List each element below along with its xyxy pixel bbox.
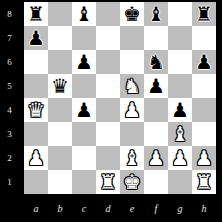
square-c2[interactable]: [72, 146, 96, 170]
square-b2[interactable]: [48, 146, 72, 170]
square-b8[interactable]: [48, 2, 72, 26]
square-c3[interactable]: [72, 122, 96, 146]
square-f2[interactable]: ♟: [144, 146, 168, 170]
black-king: ♚: [123, 2, 141, 26]
file-label-e: e: [120, 194, 144, 214]
square-d2[interactable]: [96, 146, 120, 170]
square-d4[interactable]: [96, 98, 120, 122]
black-bishop: ♝: [147, 2, 165, 26]
square-a5[interactable]: [24, 74, 48, 98]
square-e8[interactable]: ♚: [120, 2, 144, 26]
square-h3[interactable]: [192, 122, 216, 146]
black-pawn: ♟: [171, 98, 189, 122]
square-c4[interactable]: ♟: [72, 98, 96, 122]
square-d5[interactable]: [96, 74, 120, 98]
square-c5[interactable]: [72, 74, 96, 98]
white-bishop: ♝: [123, 146, 141, 170]
rank-label-2: 2: [0, 146, 24, 170]
rank-label-4: 4: [0, 98, 24, 122]
black-pawn: ♟: [27, 26, 45, 50]
square-f7[interactable]: [144, 26, 168, 50]
square-h5[interactable]: [192, 74, 216, 98]
file-label-d: d: [96, 194, 120, 214]
square-b3[interactable]: [48, 122, 72, 146]
square-h6[interactable]: ♟: [192, 50, 216, 74]
square-e5[interactable]: ♞: [120, 74, 144, 98]
file-labels: abcdefgh: [24, 194, 216, 214]
square-a7[interactable]: ♟: [24, 26, 48, 50]
square-e4[interactable]: ♟: [120, 98, 144, 122]
rank-label-7: 7: [0, 26, 24, 50]
square-d8[interactable]: [96, 2, 120, 26]
square-e1[interactable]: ♚: [120, 170, 144, 194]
square-d1[interactable]: ♜: [96, 170, 120, 194]
square-g3[interactable]: ♝: [168, 122, 192, 146]
square-e6[interactable]: [120, 50, 144, 74]
black-pawn: ♟: [147, 74, 165, 98]
chess-diagram: 87654321 ♜♝♚♝♜♟♟♞♟♛♞♟♛♟♟♟♝♟♝♟♟♟♜♚♜ abcde…: [0, 0, 222, 222]
square-d6[interactable]: [96, 50, 120, 74]
square-a8[interactable]: ♜: [24, 2, 48, 26]
white-pawn: ♟: [147, 146, 165, 170]
white-pawn: ♟: [195, 146, 213, 170]
rank-label-3: 3: [0, 122, 24, 146]
file-label-b: b: [48, 194, 72, 214]
square-h1[interactable]: ♜: [192, 170, 216, 194]
square-b7[interactable]: [48, 26, 72, 50]
black-rook: ♜: [27, 2, 45, 26]
square-e7[interactable]: [120, 26, 144, 50]
white-bishop: ♝: [171, 122, 189, 146]
white-rook: ♜: [195, 170, 213, 194]
square-g1[interactable]: [168, 170, 192, 194]
rank-label-1: 1: [0, 170, 24, 194]
square-f3[interactable]: [144, 122, 168, 146]
rank-labels: 87654321: [0, 2, 24, 194]
white-queen: ♛: [27, 98, 45, 122]
square-a6[interactable]: [24, 50, 48, 74]
square-h4[interactable]: [192, 98, 216, 122]
black-pawn: ♟: [195, 50, 213, 74]
square-f1[interactable]: [144, 170, 168, 194]
square-f5[interactable]: ♟: [144, 74, 168, 98]
square-c7[interactable]: [72, 26, 96, 50]
rank-label-6: 6: [0, 50, 24, 74]
file-label-a: a: [24, 194, 48, 214]
square-c6[interactable]: ♟: [72, 50, 96, 74]
file-label-c: c: [72, 194, 96, 214]
white-rook: ♜: [99, 170, 117, 194]
square-a1[interactable]: [24, 170, 48, 194]
black-rook: ♜: [195, 2, 213, 26]
square-b6[interactable]: [48, 50, 72, 74]
white-pawn: ♟: [171, 146, 189, 170]
black-knight: ♞: [147, 50, 165, 74]
chess-board: ♜♝♚♝♜♟♟♞♟♛♞♟♛♟♟♟♝♟♝♟♟♟♜♚♜: [24, 2, 217, 194]
square-g2[interactable]: ♟: [168, 146, 192, 170]
square-g4[interactable]: ♟: [168, 98, 192, 122]
square-c8[interactable]: ♝: [72, 2, 96, 26]
square-e3[interactable]: [120, 122, 144, 146]
square-b5[interactable]: ♛: [48, 74, 72, 98]
square-a4[interactable]: ♛: [24, 98, 48, 122]
file-label-f: f: [144, 194, 168, 214]
file-label-h: h: [192, 194, 216, 214]
square-c1[interactable]: [72, 170, 96, 194]
black-queen: ♛: [51, 74, 69, 98]
rank-label-8: 8: [0, 2, 24, 26]
square-g7[interactable]: [168, 26, 192, 50]
square-h2[interactable]: ♟: [192, 146, 216, 170]
square-h8[interactable]: ♜: [192, 2, 216, 26]
square-f4[interactable]: [144, 98, 168, 122]
square-f6[interactable]: ♞: [144, 50, 168, 74]
square-d7[interactable]: [96, 26, 120, 50]
square-g8[interactable]: [168, 2, 192, 26]
white-pawn: ♟: [123, 98, 141, 122]
black-pawn: ♟: [75, 50, 93, 74]
square-g6[interactable]: [168, 50, 192, 74]
rank-label-5: 5: [0, 74, 24, 98]
square-e2[interactable]: ♝: [120, 146, 144, 170]
black-bishop: ♝: [75, 2, 93, 26]
square-a2[interactable]: ♟: [24, 146, 48, 170]
white-king: ♚: [123, 170, 141, 194]
square-g5[interactable]: [168, 74, 192, 98]
square-a3[interactable]: [24, 122, 48, 146]
square-h7[interactable]: [192, 26, 216, 50]
white-knight: ♞: [123, 74, 141, 98]
square-b1[interactable]: [48, 170, 72, 194]
black-pawn: ♟: [75, 98, 93, 122]
square-b4[interactable]: [48, 98, 72, 122]
white-pawn: ♟: [27, 146, 45, 170]
square-d3[interactable]: [96, 122, 120, 146]
file-label-g: g: [168, 194, 192, 214]
square-f8[interactable]: ♝: [144, 2, 168, 26]
